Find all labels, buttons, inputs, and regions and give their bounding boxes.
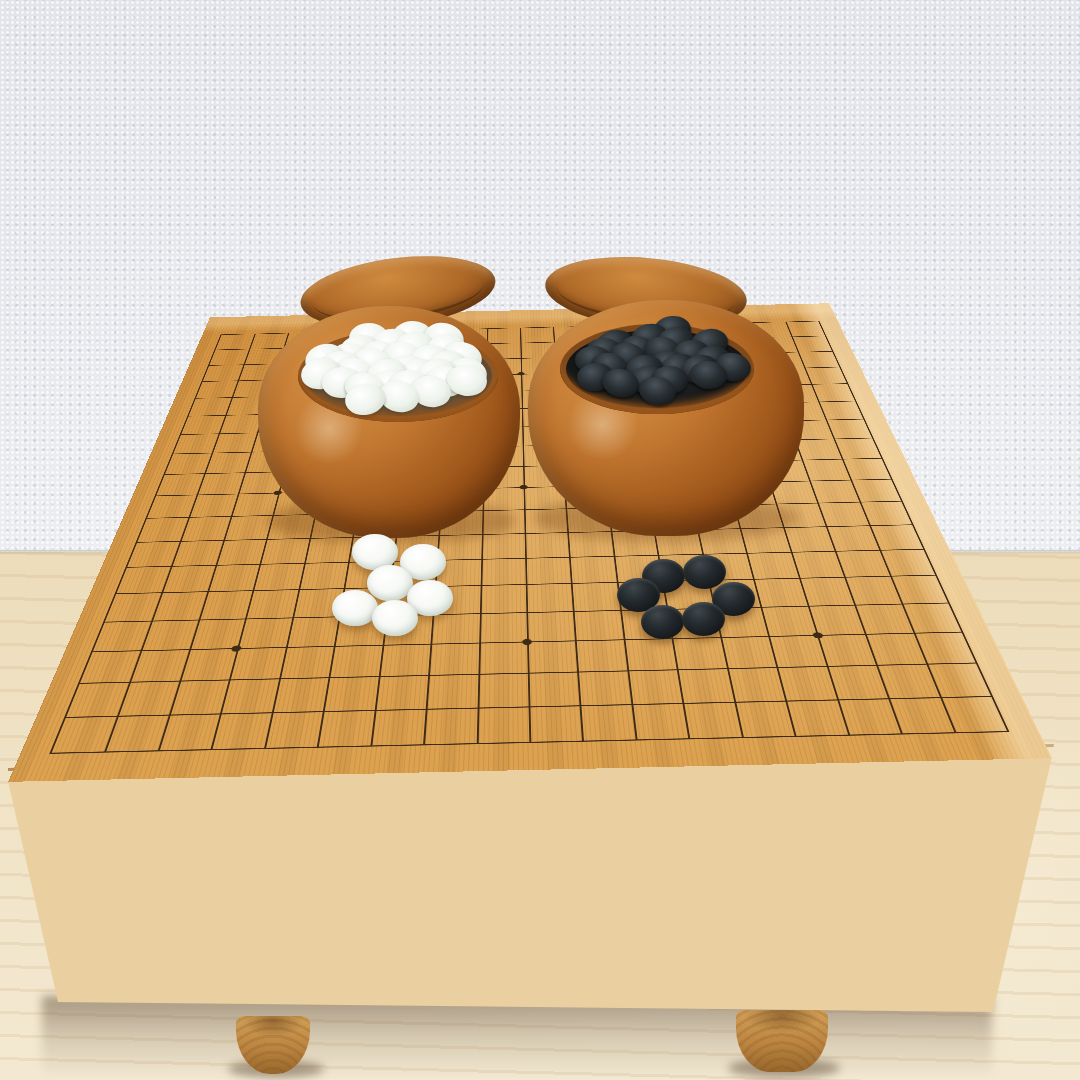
grid-square [526, 611, 575, 642]
grid-square [323, 676, 378, 711]
grid-square [199, 590, 253, 619]
black-bowl-stones [555, 292, 759, 416]
grid-square [569, 556, 616, 583]
grid-square [264, 711, 323, 748]
grid-square [890, 575, 948, 604]
grid-square [428, 643, 479, 676]
grid-square [329, 645, 383, 678]
grid-square [480, 584, 527, 613]
grid-square [624, 638, 677, 670]
grid-square [672, 637, 727, 669]
grid-square [220, 678, 279, 713]
loose-stone-black [682, 602, 725, 636]
grid-square [720, 636, 777, 668]
grid-square [212, 433, 257, 453]
grid-square [481, 533, 525, 559]
loose-stone-white [372, 600, 418, 636]
grid-square [525, 532, 570, 558]
loose-stone-black [683, 555, 726, 589]
grid-square [869, 524, 923, 550]
grid-square [216, 539, 267, 565]
grid-square [476, 706, 529, 743]
grid-square [426, 674, 478, 709]
grid-square [627, 669, 682, 703]
grid-square [525, 557, 571, 584]
grid-square [423, 707, 477, 744]
grid-square [683, 702, 742, 739]
grid-square [260, 538, 310, 564]
grid-square [859, 501, 912, 525]
grid-square [478, 641, 528, 673]
grid-square [580, 704, 636, 741]
grid-square [833, 438, 881, 459]
grid-square [286, 616, 339, 647]
grid-square [317, 710, 374, 747]
grid-square [520, 327, 554, 342]
grid-square [189, 618, 245, 649]
grid-square [374, 675, 428, 710]
grid-square [527, 640, 577, 672]
grid-square [211, 712, 272, 749]
grid-square [238, 617, 293, 648]
loose-stone-white [332, 590, 378, 626]
grid-square [573, 610, 623, 641]
grid-square [231, 493, 279, 516]
grid-square [727, 667, 786, 701]
grid-square [785, 321, 825, 336]
grid-square [207, 564, 259, 591]
grid-square [180, 648, 238, 681]
grid-square [431, 613, 480, 644]
grid-square [526, 583, 573, 612]
grid-square [631, 703, 688, 740]
grid-square [370, 709, 426, 746]
loose-stone-black [641, 605, 684, 639]
grid-square [818, 401, 863, 420]
goban-top-surface [8, 303, 1052, 782]
go-board-photo-scene [0, 0, 1080, 1080]
goban-top-tilt [0, 0, 1080, 1080]
goban-top-perspective [0, 298, 1052, 782]
grid-square [804, 367, 847, 384]
grid-square [791, 336, 832, 352]
grid-square [379, 644, 431, 677]
grid-square [279, 646, 334, 679]
white-bowl-stones [293, 296, 503, 424]
grid-square [841, 458, 890, 480]
grid-square [578, 671, 632, 705]
grid-square [229, 647, 286, 680]
grid-square [677, 668, 734, 702]
grid-square [480, 558, 525, 585]
grid-square [797, 351, 839, 368]
grid-square [529, 705, 583, 742]
grid-square [811, 383, 855, 401]
grid-square [825, 419, 872, 439]
grid-square [298, 562, 348, 589]
grid-square [477, 673, 528, 708]
grid-square [575, 639, 627, 671]
grid-square [528, 672, 580, 707]
grid-square [571, 582, 620, 611]
grid-square [850, 479, 901, 502]
grid-square [219, 414, 263, 433]
grid-square [272, 677, 329, 712]
grid-square [879, 549, 935, 576]
grid-square [479, 612, 527, 643]
grid-square [253, 563, 304, 590]
grid-square [245, 589, 298, 618]
grid-square [734, 700, 795, 737]
